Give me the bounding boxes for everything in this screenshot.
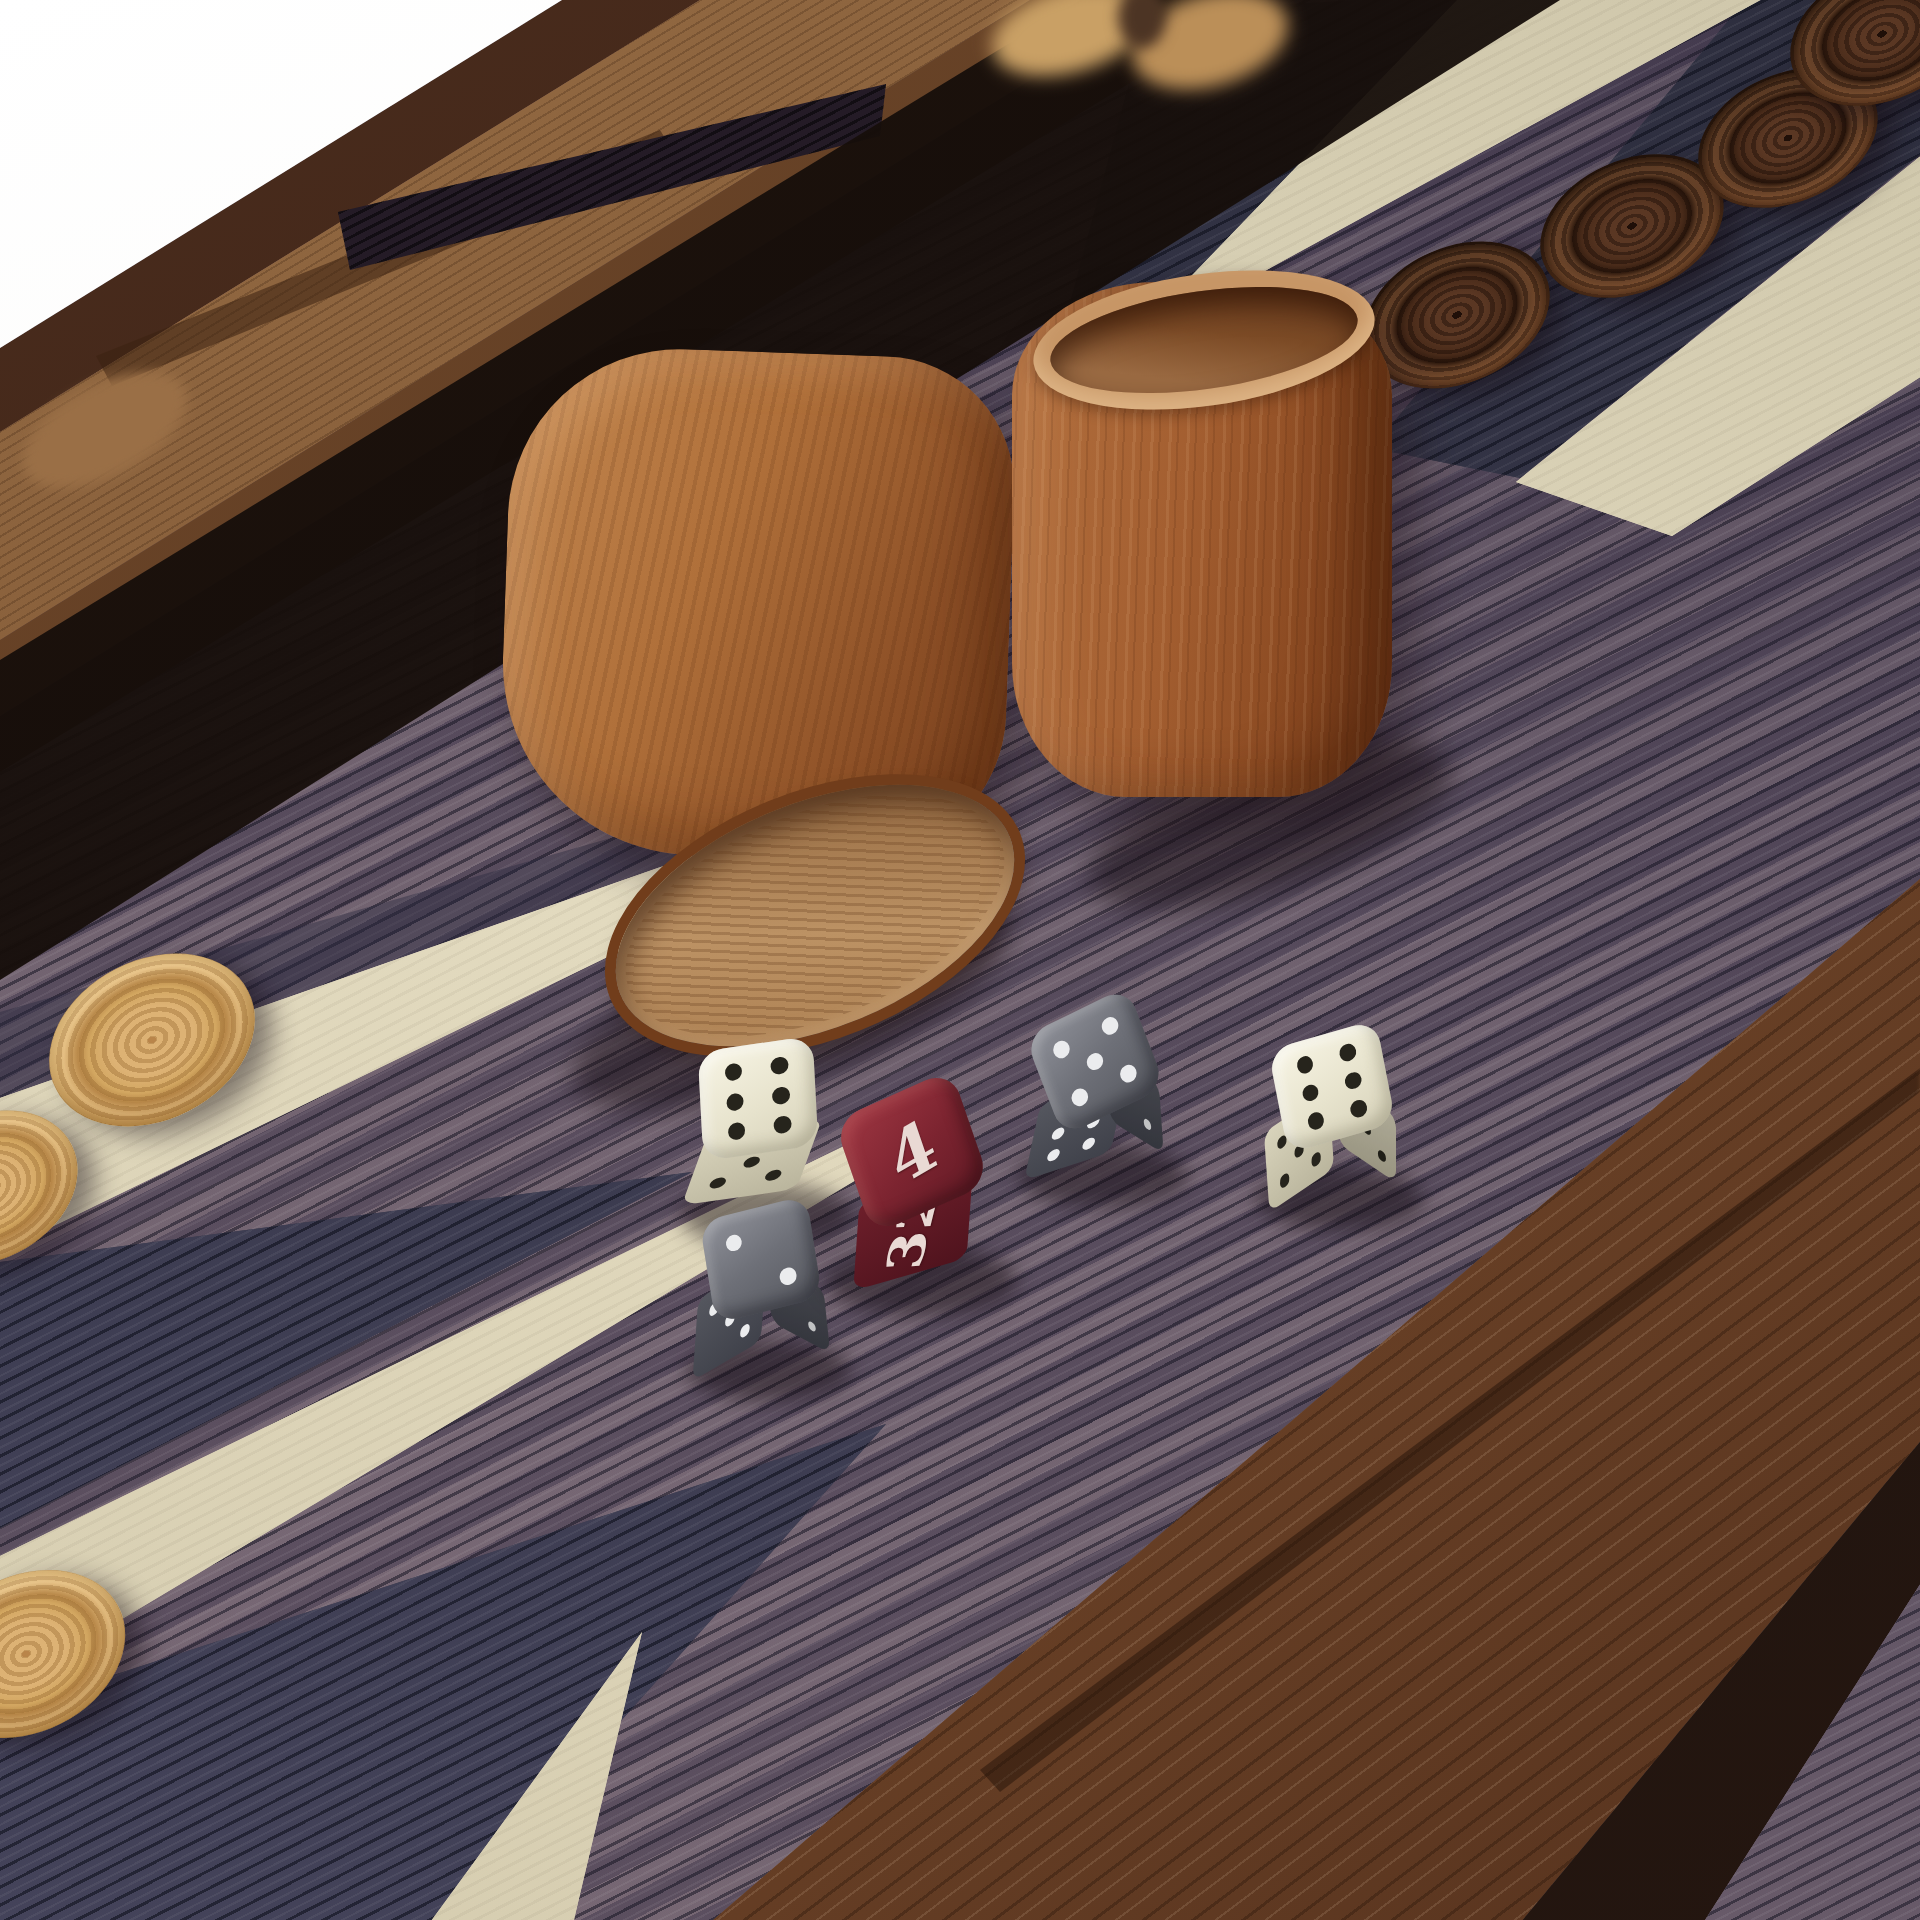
die-pip [1047,1147,1062,1162]
die-pip [779,1266,798,1286]
die-pip [1295,1054,1314,1075]
die-pip [1143,1117,1151,1132]
die-pip [726,1092,744,1112]
ivory-die-left-top-face [698,1036,819,1161]
die-pip [772,1085,790,1105]
die-pip [1050,1038,1071,1061]
doubling-cube-value: 4 [879,1103,946,1202]
die-pip [1344,1070,1363,1091]
die-pip [1306,1110,1325,1131]
lying-cup-body [496,343,1018,865]
die-pip [1069,1086,1090,1109]
grey-die-right[interactable] [1038,1008,1243,1225]
die-pip [740,1322,750,1340]
ivory-die-right[interactable] [1276,1034,1478,1247]
die-pip [1378,1149,1386,1164]
die-pip [1118,1062,1139,1085]
die-pip [724,1062,742,1082]
die-pip [1084,1050,1105,1073]
die-pip [1081,1136,1096,1151]
die-pip [1051,1126,1066,1141]
die-pip [1100,1014,1121,1037]
backgammon-photo-scene: 324 [0,0,1920,1920]
die-pip [728,1121,746,1141]
die-pip [1301,1082,1320,1103]
die-pip [763,1169,783,1182]
die-pip [725,1233,744,1253]
die-pip [773,1115,791,1135]
die-pip [708,1176,728,1189]
die-pip [807,1319,816,1333]
die-pip [770,1056,788,1076]
die-pip [1280,1171,1290,1189]
die-pip [1349,1098,1368,1119]
die-pip [1311,1150,1321,1168]
die-pip [1338,1042,1357,1063]
die-pip [742,1155,762,1168]
